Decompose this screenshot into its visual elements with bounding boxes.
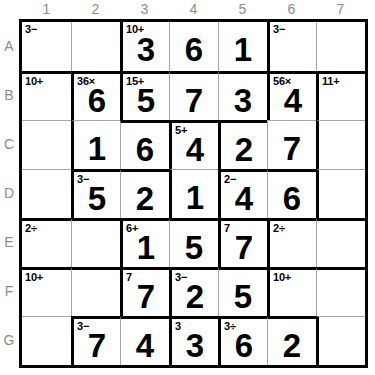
cell-digit-D5: 4 (235, 176, 253, 215)
cell-D2[interactable]: 3−5 (71, 169, 120, 218)
row-label-F: F (0, 267, 18, 316)
cell-G4[interactable]: 33 (169, 316, 218, 365)
cell-A4[interactable]: 6 (169, 22, 218, 71)
cell-digit-D4: 1 (186, 175, 204, 214)
row-label-C: C (0, 120, 18, 169)
col-label-4: 4 (169, 1, 218, 18)
cage-clue-D5: 2− (224, 173, 236, 185)
cell-digit-C6: 7 (283, 126, 301, 165)
cell-G3[interactable]: 4 (120, 316, 169, 365)
cell-A2[interactable] (71, 22, 120, 71)
cell-B4[interactable]: 7 (169, 71, 218, 120)
cell-digit-G3: 4 (136, 323, 154, 362)
cell-A1[interactable]: 3− (22, 22, 71, 71)
cell-digit-F3: 7 (137, 274, 155, 313)
cage-clue-B2: 36× (77, 75, 95, 87)
cell-C5[interactable]: 2 (218, 120, 267, 169)
cage-clue-F1: 10+ (25, 271, 43, 283)
cell-digit-G5: 6 (235, 323, 253, 362)
cell-D7[interactable] (316, 169, 365, 218)
cell-E3[interactable]: 6+1 (120, 218, 169, 267)
cell-G1[interactable] (22, 316, 71, 365)
cell-digit-D2: 5 (88, 176, 106, 215)
cell-digit-C2: 1 (88, 126, 106, 165)
cell-E4[interactable]: 5 (169, 218, 218, 267)
cell-digit-G6: 2 (283, 323, 301, 362)
cell-B2[interactable]: 36×6 (71, 71, 120, 120)
cell-B6[interactable]: 56×4 (267, 71, 316, 120)
col-label-1: 1 (22, 1, 71, 18)
cage-clue-B3: 15+ (126, 75, 144, 87)
cell-G7[interactable] (316, 316, 365, 365)
cell-C4[interactable]: 5+4 (169, 120, 218, 169)
cage-clue-E6: 2÷ (273, 222, 285, 234)
cell-F4[interactable]: 3−2 (169, 267, 218, 316)
col-label-7: 7 (316, 1, 365, 18)
cell-B1[interactable]: 10+ (22, 71, 71, 120)
cell-C3[interactable]: 6 (120, 120, 169, 169)
row-label-E: E (0, 218, 18, 267)
cell-D4[interactable]: 1 (169, 169, 218, 218)
cell-D1[interactable] (22, 169, 71, 218)
cage-clue-F3: 7 (126, 271, 132, 283)
cell-digit-D6: 6 (283, 176, 301, 215)
row-label-D: D (0, 169, 18, 218)
cell-digit-E3: 1 (137, 225, 155, 264)
cage-clue-E1: 2÷ (25, 222, 37, 234)
cell-A3[interactable]: 10+3 (120, 22, 169, 71)
cell-B5[interactable]: 3 (218, 71, 267, 120)
cell-digit-C3: 6 (136, 127, 154, 166)
cell-digit-C4: 4 (186, 127, 204, 166)
cell-C2[interactable]: 1 (71, 120, 120, 169)
cell-E2[interactable] (71, 218, 120, 267)
cage-clue-B7: 11+ (322, 75, 339, 87)
cell-C1[interactable] (22, 120, 71, 169)
cell-digit-D3: 2 (136, 176, 154, 215)
cage-clue-G4: 3 (175, 320, 181, 332)
cage-clue-A3: 10+ (126, 23, 144, 35)
cell-C7[interactable] (316, 120, 365, 169)
kenken-board: 3−10+3613−10+36×615+57356×411+165+4273−5… (19, 19, 368, 368)
cage-clue-G5: 3÷ (224, 320, 236, 332)
col-label-3: 3 (120, 1, 169, 18)
cell-D5[interactable]: 2−4 (218, 169, 267, 218)
cell-digit-A4: 6 (185, 27, 203, 66)
cell-A5[interactable]: 1 (218, 22, 267, 71)
cage-clue-E3: 6+ (126, 222, 138, 234)
cell-digit-E5: 7 (235, 225, 253, 264)
cage-clue-B1: 10+ (25, 75, 43, 87)
kenken-puzzle-page: 1234567 ABCDEFG 3−10+3613−10+36×615+5735… (0, 0, 375, 375)
cage-clue-G2: 3− (77, 320, 89, 332)
cell-G6[interactable]: 2 (267, 316, 316, 365)
cage-clue-C4: 5+ (175, 124, 187, 136)
cell-digit-A5: 1 (234, 27, 252, 66)
cell-E7[interactable] (316, 218, 365, 267)
cell-D3[interactable]: 2 (120, 169, 169, 218)
cage-clue-A6: 3− (273, 23, 285, 35)
cell-G2[interactable]: 3−7 (71, 316, 120, 365)
cell-digit-G4: 3 (186, 323, 204, 362)
cell-F2[interactable] (71, 267, 120, 316)
row-label-G: G (0, 316, 18, 365)
cell-F1[interactable]: 10+ (22, 267, 71, 316)
cage-clue-F6: 10+ (273, 271, 291, 283)
cell-digit-F4: 2 (186, 274, 204, 313)
col-label-6: 6 (267, 1, 316, 18)
cell-digit-G2: 7 (88, 323, 106, 362)
cell-digit-F5: 5 (234, 274, 252, 313)
cage-clue-E5: 7 (224, 222, 230, 234)
cell-B3[interactable]: 15+5 (120, 71, 169, 120)
col-label-5: 5 (218, 1, 267, 18)
cell-E5[interactable]: 77 (218, 218, 267, 267)
cell-digit-B4: 7 (185, 78, 203, 117)
cell-A6[interactable]: 3− (267, 22, 316, 71)
cell-D6[interactable]: 6 (267, 169, 316, 218)
cell-G5[interactable]: 3÷6 (218, 316, 267, 365)
row-label-A: A (0, 22, 18, 71)
cage-clue-F4: 3− (175, 271, 187, 283)
col-label-2: 2 (71, 1, 120, 18)
cage-clue-B6: 56× (273, 75, 291, 87)
cell-F7[interactable] (316, 267, 365, 316)
cage-clue-A1: 3− (25, 23, 37, 35)
cell-F3[interactable]: 77 (120, 267, 169, 316)
cell-F6[interactable]: 10+ (267, 267, 316, 316)
row-label-B: B (0, 71, 18, 120)
cell-digit-B5: 3 (234, 78, 252, 117)
cell-C6[interactable]: 7 (267, 120, 316, 169)
cell-A7[interactable] (316, 22, 365, 71)
cell-digit-E4: 5 (185, 225, 203, 264)
cell-digit-C5: 2 (235, 127, 253, 166)
cell-B7[interactable]: 11+ (316, 71, 365, 120)
cell-E6[interactable]: 2÷ (267, 218, 316, 267)
cage-clue-D2: 3− (77, 173, 89, 185)
cell-E1[interactable]: 2÷ (22, 218, 71, 267)
cell-F5[interactable]: 5 (218, 267, 267, 316)
